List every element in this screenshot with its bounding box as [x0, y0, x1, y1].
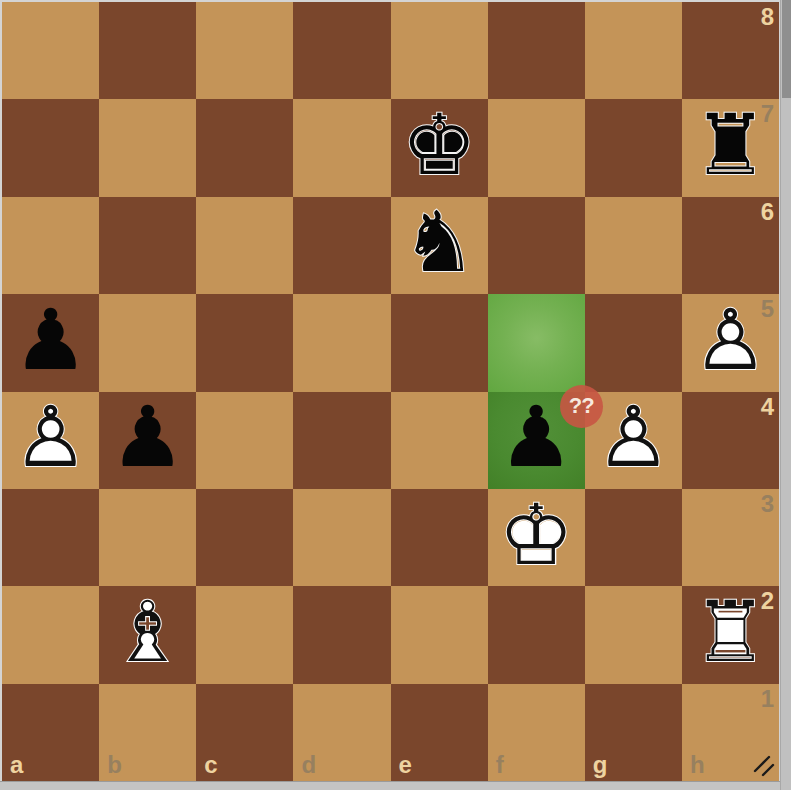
square-f3[interactable]: ♚♔: [488, 489, 585, 586]
piece-white-bishop[interactable]: ♝♗: [99, 586, 196, 683]
square-f2[interactable]: [488, 586, 585, 683]
square-a4[interactable]: ♟♙: [2, 392, 99, 489]
square-g7[interactable]: [585, 99, 682, 196]
piece-white-pawn[interactable]: ♟♙: [2, 392, 99, 489]
square-d7[interactable]: [293, 99, 390, 196]
square-f8[interactable]: [488, 2, 585, 99]
coord-rank-1: 1: [761, 687, 774, 711]
piece-black-king[interactable]: ♚: [391, 99, 488, 196]
square-g2[interactable]: [585, 586, 682, 683]
coord-file-g: g: [593, 753, 608, 777]
square-f6[interactable]: [488, 197, 585, 294]
bottom-gutter: [0, 781, 780, 790]
piece-black-knight[interactable]: ♞: [391, 197, 488, 294]
square-a6[interactable]: [2, 197, 99, 294]
square-a8[interactable]: [2, 2, 99, 99]
coord-file-b: b: [107, 753, 122, 777]
square-e6[interactable]: ♞: [391, 197, 488, 294]
square-b6[interactable]: [99, 197, 196, 294]
square-f1[interactable]: f: [488, 684, 585, 781]
square-d2[interactable]: [293, 586, 390, 683]
square-e2[interactable]: [391, 586, 488, 683]
square-d4[interactable]: [293, 392, 390, 489]
square-g6[interactable]: [585, 197, 682, 294]
square-h3[interactable]: 3: [682, 489, 779, 586]
square-e4[interactable]: [391, 392, 488, 489]
square-b2[interactable]: ♝♗: [99, 586, 196, 683]
square-c1[interactable]: c: [196, 684, 293, 781]
square-c8[interactable]: [196, 2, 293, 99]
square-g1[interactable]: g: [585, 684, 682, 781]
square-b4[interactable]: ♟: [99, 392, 196, 489]
square-b1[interactable]: b: [99, 684, 196, 781]
piece-white-pawn[interactable]: ♟♙: [682, 294, 779, 391]
square-a1[interactable]: a: [2, 684, 99, 781]
square-b8[interactable]: [99, 2, 196, 99]
square-d6[interactable]: [293, 197, 390, 294]
piece-black-rook[interactable]: ♜: [682, 99, 779, 196]
piece-white-king[interactable]: ♚♔: [488, 489, 585, 586]
square-e3[interactable]: [391, 489, 488, 586]
square-a5[interactable]: ♟: [2, 294, 99, 391]
coord-file-c: c: [204, 753, 217, 777]
square-b7[interactable]: [99, 99, 196, 196]
square-f4[interactable]: ♟??: [488, 392, 585, 489]
square-d3[interactable]: [293, 489, 390, 586]
square-d8[interactable]: [293, 2, 390, 99]
scrollbar-thumb[interactable]: [782, 0, 791, 98]
square-h8[interactable]: 8: [682, 2, 779, 99]
square-a7[interactable]: [2, 99, 99, 196]
square-c3[interactable]: [196, 489, 293, 586]
square-c6[interactable]: [196, 197, 293, 294]
square-h1[interactable]: 1h: [682, 684, 779, 781]
square-g8[interactable]: [585, 2, 682, 99]
square-c5[interactable]: [196, 294, 293, 391]
square-e7[interactable]: ♚: [391, 99, 488, 196]
piece-white-rook[interactable]: ♜♖: [682, 586, 779, 683]
chess-board: 8♚7♜♞6♟5♟♙♟♙♟♟??♟♙4♚♔3♝♗2♜♖abcdefg1h: [2, 2, 779, 781]
square-f5[interactable]: [488, 294, 585, 391]
coord-file-e: e: [399, 753, 412, 777]
square-h5[interactable]: 5♟♙: [682, 294, 779, 391]
square-e1[interactable]: e: [391, 684, 488, 781]
coord-rank-8: 8: [761, 5, 774, 29]
square-a2[interactable]: [2, 586, 99, 683]
square-h2[interactable]: 2♜♖: [682, 586, 779, 683]
square-e5[interactable]: [391, 294, 488, 391]
board-resize-handle-icon[interactable]: [752, 754, 776, 778]
square-c7[interactable]: [196, 99, 293, 196]
coord-file-h: h: [690, 753, 705, 777]
coord-rank-4: 4: [761, 395, 774, 419]
coord-file-d: d: [301, 753, 316, 777]
coord-file-a: a: [10, 753, 23, 777]
coord-rank-3: 3: [761, 492, 774, 516]
piece-black-pawn[interactable]: ♟: [2, 294, 99, 391]
square-h7[interactable]: 7♜: [682, 99, 779, 196]
square-f7[interactable]: [488, 99, 585, 196]
coord-rank-6: 6: [761, 200, 774, 224]
move-annotation-badge: ??: [560, 385, 603, 428]
vertical-scrollbar[interactable]: [780, 0, 791, 790]
square-b3[interactable]: [99, 489, 196, 586]
coord-file-f: f: [496, 753, 504, 777]
square-a3[interactable]: [2, 489, 99, 586]
piece-black-pawn[interactable]: ♟: [99, 392, 196, 489]
square-e8[interactable]: [391, 2, 488, 99]
square-h6[interactable]: 6: [682, 197, 779, 294]
square-d5[interactable]: [293, 294, 390, 391]
square-g5[interactable]: [585, 294, 682, 391]
square-b5[interactable]: [99, 294, 196, 391]
square-c2[interactable]: [196, 586, 293, 683]
square-h4[interactable]: 4: [682, 392, 779, 489]
square-c4[interactable]: [196, 392, 293, 489]
square-d1[interactable]: d: [293, 684, 390, 781]
square-g3[interactable]: [585, 489, 682, 586]
